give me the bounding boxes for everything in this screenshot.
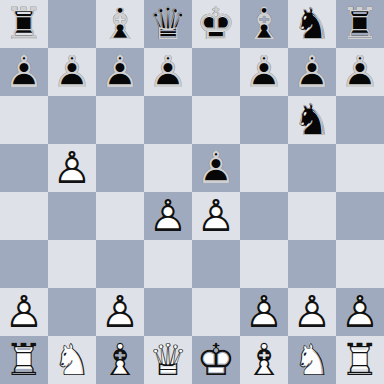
white-rook[interactable]	[0, 336, 48, 384]
square-h4[interactable]	[336, 192, 384, 240]
square-h8[interactable]	[336, 0, 384, 48]
black-pawn[interactable]	[48, 48, 96, 96]
square-f7[interactable]	[240, 48, 288, 96]
square-e7[interactable]	[192, 48, 240, 96]
square-c1[interactable]	[96, 336, 144, 384]
white-pawn[interactable]	[144, 192, 192, 240]
square-e2[interactable]	[192, 288, 240, 336]
square-d8[interactable]	[144, 0, 192, 48]
square-c3[interactable]	[96, 240, 144, 288]
white-pawn[interactable]	[288, 288, 336, 336]
black-pawn[interactable]	[336, 48, 384, 96]
square-f4[interactable]	[240, 192, 288, 240]
square-c5[interactable]	[96, 144, 144, 192]
black-pawn[interactable]	[0, 48, 48, 96]
white-pawn[interactable]	[336, 288, 384, 336]
white-knight[interactable]	[288, 336, 336, 384]
square-e6[interactable]	[192, 96, 240, 144]
black-pawn[interactable]	[144, 48, 192, 96]
black-bishop[interactable]	[96, 0, 144, 48]
white-knight[interactable]	[48, 336, 96, 384]
square-g4[interactable]	[288, 192, 336, 240]
square-b5[interactable]	[48, 144, 96, 192]
square-f3[interactable]	[240, 240, 288, 288]
white-bishop[interactable]	[96, 336, 144, 384]
black-rook[interactable]	[0, 0, 48, 48]
black-queen[interactable]	[144, 0, 192, 48]
square-a2[interactable]	[0, 288, 48, 336]
black-pawn[interactable]	[192, 144, 240, 192]
square-g8[interactable]	[288, 0, 336, 48]
white-rook[interactable]	[336, 336, 384, 384]
black-king[interactable]	[192, 0, 240, 48]
square-b3[interactable]	[48, 240, 96, 288]
black-bishop[interactable]	[240, 0, 288, 48]
square-c4[interactable]	[96, 192, 144, 240]
square-h3[interactable]	[336, 240, 384, 288]
square-b6[interactable]	[48, 96, 96, 144]
square-a7[interactable]	[0, 48, 48, 96]
square-a3[interactable]	[0, 240, 48, 288]
square-a5[interactable]	[0, 144, 48, 192]
black-pawn[interactable]	[96, 48, 144, 96]
square-d5[interactable]	[144, 144, 192, 192]
square-h2[interactable]	[336, 288, 384, 336]
square-f5[interactable]	[240, 144, 288, 192]
square-h7[interactable]	[336, 48, 384, 96]
square-g2[interactable]	[288, 288, 336, 336]
square-f8[interactable]	[240, 0, 288, 48]
square-c6[interactable]	[96, 96, 144, 144]
white-pawn[interactable]	[48, 144, 96, 192]
square-e4[interactable]	[192, 192, 240, 240]
square-f6[interactable]	[240, 96, 288, 144]
black-rook[interactable]	[336, 0, 384, 48]
square-b1[interactable]	[48, 336, 96, 384]
square-d4[interactable]	[144, 192, 192, 240]
square-c2[interactable]	[96, 288, 144, 336]
square-d1[interactable]	[144, 336, 192, 384]
white-pawn[interactable]	[0, 288, 48, 336]
square-f2[interactable]	[240, 288, 288, 336]
square-h5[interactable]	[336, 144, 384, 192]
chess-board	[0, 0, 384, 384]
black-knight[interactable]	[288, 0, 336, 48]
white-pawn[interactable]	[240, 288, 288, 336]
white-pawn[interactable]	[192, 192, 240, 240]
square-d6[interactable]	[144, 96, 192, 144]
square-e8[interactable]	[192, 0, 240, 48]
square-g7[interactable]	[288, 48, 336, 96]
square-e1[interactable]	[192, 336, 240, 384]
white-bishop[interactable]	[240, 336, 288, 384]
square-f1[interactable]	[240, 336, 288, 384]
black-knight[interactable]	[288, 96, 336, 144]
square-b7[interactable]	[48, 48, 96, 96]
square-c8[interactable]	[96, 0, 144, 48]
square-a6[interactable]	[0, 96, 48, 144]
black-pawn[interactable]	[288, 48, 336, 96]
square-g6[interactable]	[288, 96, 336, 144]
square-e5[interactable]	[192, 144, 240, 192]
square-b4[interactable]	[48, 192, 96, 240]
square-b8[interactable]	[48, 0, 96, 48]
black-pawn[interactable]	[240, 48, 288, 96]
square-c7[interactable]	[96, 48, 144, 96]
square-g5[interactable]	[288, 144, 336, 192]
square-d7[interactable]	[144, 48, 192, 96]
square-a4[interactable]	[0, 192, 48, 240]
square-a8[interactable]	[0, 0, 48, 48]
square-b2[interactable]	[48, 288, 96, 336]
white-queen[interactable]	[144, 336, 192, 384]
square-g3[interactable]	[288, 240, 336, 288]
square-a1[interactable]	[0, 336, 48, 384]
square-h1[interactable]	[336, 336, 384, 384]
square-h6[interactable]	[336, 96, 384, 144]
square-d3[interactable]	[144, 240, 192, 288]
white-pawn[interactable]	[96, 288, 144, 336]
square-d2[interactable]	[144, 288, 192, 336]
square-e3[interactable]	[192, 240, 240, 288]
white-king[interactable]	[192, 336, 240, 384]
square-g1[interactable]	[288, 336, 336, 384]
